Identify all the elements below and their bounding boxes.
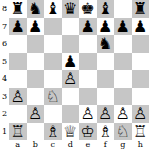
square-f7[interactable]: ♟: [97, 18, 115, 36]
piece-white-pawn[interactable]: ♙: [11, 88, 25, 106]
file-label-g: g: [114, 140, 132, 149]
square-b6[interactable]: [27, 35, 45, 53]
piece-black-king[interactable]: ♚: [81, 0, 95, 18]
piece-white-pawn[interactable]: ♙: [116, 105, 130, 123]
square-e1[interactable]: ♔: [79, 123, 97, 141]
file-label-c: c: [44, 140, 62, 149]
piece-black-knight[interactable]: ♞: [98, 35, 112, 53]
piece-white-pawn[interactable]: ♙: [28, 105, 42, 123]
square-d1[interactable]: ♕: [62, 123, 80, 141]
file-label-h: h: [132, 140, 150, 149]
square-a8[interactable]: ♜: [9, 0, 27, 18]
piece-black-bishop[interactable]: ♝: [46, 0, 60, 18]
square-h6[interactable]: [132, 35, 150, 53]
square-f4[interactable]: [97, 70, 115, 88]
square-c5[interactable]: [44, 53, 62, 71]
rank-label-3: 3: [0, 88, 9, 106]
piece-black-bishop[interactable]: ♝: [98, 0, 112, 18]
piece-black-pawn[interactable]: ♟: [63, 53, 77, 71]
square-h3[interactable]: [132, 88, 150, 106]
square-a5[interactable]: [9, 53, 27, 71]
square-d4[interactable]: ♙: [62, 70, 80, 88]
piece-white-king[interactable]: ♔: [81, 123, 95, 141]
piece-black-knight[interactable]: ♞: [28, 0, 42, 18]
square-b5[interactable]: [27, 53, 45, 71]
square-g2[interactable]: ♙: [114, 105, 132, 123]
square-c3[interactable]: ♘: [44, 88, 62, 106]
file-labels: abcdefgh: [9, 140, 149, 149]
square-b1[interactable]: [27, 123, 45, 141]
square-f1[interactable]: ♗: [97, 123, 115, 141]
square-b2[interactable]: ♙: [27, 105, 45, 123]
square-d8[interactable]: ♛: [62, 0, 80, 18]
piece-black-pawn[interactable]: ♟: [81, 18, 95, 36]
piece-black-pawn[interactable]: ♟: [98, 18, 112, 36]
square-f2[interactable]: ♙: [97, 105, 115, 123]
piece-black-queen[interactable]: ♛: [63, 0, 77, 18]
rank-label-7: 7: [0, 18, 9, 36]
square-g5[interactable]: [114, 53, 132, 71]
rank-label-4: 4: [0, 70, 9, 88]
piece-black-pawn[interactable]: ♟: [11, 18, 25, 36]
square-c8[interactable]: ♝: [44, 0, 62, 18]
rank-label-1: 1: [0, 123, 9, 141]
square-b4[interactable]: [27, 70, 45, 88]
square-d3[interactable]: [62, 88, 80, 106]
piece-black-pawn[interactable]: ♟: [133, 18, 147, 36]
square-b8[interactable]: ♞: [27, 0, 45, 18]
square-f5[interactable]: [97, 53, 115, 71]
square-c2[interactable]: [44, 105, 62, 123]
square-g6[interactable]: [114, 35, 132, 53]
square-d2[interactable]: [62, 105, 80, 123]
square-g1[interactable]: ♘: [114, 123, 132, 141]
square-g3[interactable]: [114, 88, 132, 106]
square-a7[interactable]: ♟: [9, 18, 27, 36]
square-f8[interactable]: ♝: [97, 0, 115, 18]
file-label-e: e: [79, 140, 97, 149]
square-h4[interactable]: [132, 70, 150, 88]
square-a1[interactable]: ♖: [9, 123, 27, 141]
square-f6[interactable]: ♞: [97, 35, 115, 53]
piece-white-rook[interactable]: ♖: [11, 123, 25, 141]
square-d7[interactable]: [62, 18, 80, 36]
piece-white-bishop[interactable]: ♗: [98, 123, 112, 141]
square-e8[interactable]: ♚: [79, 0, 97, 18]
square-h7[interactable]: ♟: [132, 18, 150, 36]
file-label-d: d: [62, 140, 80, 149]
piece-white-knight[interactable]: ♘: [46, 88, 60, 106]
square-h5[interactable]: [132, 53, 150, 71]
square-b3[interactable]: [27, 88, 45, 106]
piece-white-pawn[interactable]: ♙: [81, 105, 95, 123]
square-c1[interactable]: ♗: [44, 123, 62, 141]
square-e2[interactable]: ♙: [79, 105, 97, 123]
square-b7[interactable]: ♟: [27, 18, 45, 36]
piece-white-pawn[interactable]: ♙: [133, 105, 147, 123]
rank-label-8: 8: [0, 0, 9, 18]
square-e3[interactable]: [79, 88, 97, 106]
square-a4[interactable]: [9, 70, 27, 88]
piece-black-rook[interactable]: ♜: [133, 0, 147, 18]
square-h1[interactable]: ♖: [132, 123, 150, 141]
chessboard: ♜♞♝♛♚♝♜♟♟♟♟♟♟♞♟♙♙♘♙♙♙♙♙♖♗♕♔♗♘♖: [9, 0, 149, 140]
piece-white-knight[interactable]: ♘: [116, 123, 130, 141]
square-g8[interactable]: [114, 0, 132, 18]
square-g7[interactable]: ♟: [114, 18, 132, 36]
piece-white-queen[interactable]: ♕: [63, 123, 77, 141]
square-a6[interactable]: [9, 35, 27, 53]
square-e6[interactable]: [79, 35, 97, 53]
piece-white-pawn[interactable]: ♙: [98, 105, 112, 123]
square-c4[interactable]: [44, 70, 62, 88]
square-e4[interactable]: [79, 70, 97, 88]
square-e5[interactable]: [79, 53, 97, 71]
square-c6[interactable]: [44, 35, 62, 53]
square-a3[interactable]: ♙: [9, 88, 27, 106]
file-label-a: a: [9, 140, 27, 149]
piece-black-rook[interactable]: ♜: [11, 0, 25, 18]
rank-label-6: 6: [0, 35, 9, 53]
piece-white-pawn[interactable]: ♙: [63, 70, 77, 88]
square-h2[interactable]: ♙: [132, 105, 150, 123]
piece-black-pawn[interactable]: ♟: [28, 18, 42, 36]
square-a2[interactable]: [9, 105, 27, 123]
piece-white-bishop[interactable]: ♗: [46, 123, 60, 141]
square-c7[interactable]: [44, 18, 62, 36]
square-g4[interactable]: [114, 70, 132, 88]
square-h8[interactable]: ♜: [132, 0, 150, 18]
square-d6[interactable]: [62, 35, 80, 53]
chess-diagram: 87654321 ♜♞♝♛♚♝♜♟♟♟♟♟♟♞♟♙♙♘♙♙♙♙♙♖♗♕♔♗♘♖ …: [0, 0, 151, 149]
piece-black-pawn[interactable]: ♟: [116, 18, 130, 36]
file-label-b: b: [27, 140, 45, 149]
square-d5[interactable]: ♟: [62, 53, 80, 71]
square-e7[interactable]: ♟: [79, 18, 97, 36]
rank-label-5: 5: [0, 53, 9, 71]
piece-white-rook[interactable]: ♖: [133, 123, 147, 141]
file-label-f: f: [97, 140, 115, 149]
rank-label-2: 2: [0, 105, 9, 123]
square-f3[interactable]: [97, 88, 115, 106]
rank-labels: 87654321: [0, 0, 9, 140]
